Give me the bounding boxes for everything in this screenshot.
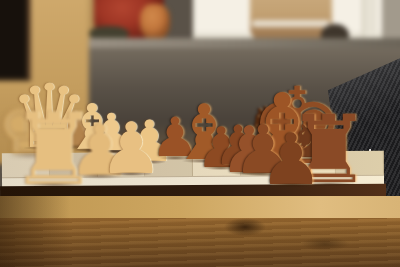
pieces-layer: ♚♛♜♞♝♟♟♟♟♟♝♟♟♟♟♞♝♚♟♞♜ bbox=[0, 0, 400, 267]
photo-scene: ♚♛♜♞♝♟♟♟♟♟♝♟♟♟♟♞♝♚♟♞♜ bbox=[0, 0, 400, 267]
piece-light-rook: ♜ bbox=[10, 114, 99, 185]
piece-light-pawn: ♟ bbox=[99, 123, 163, 174]
piece-dark-pawn: ♟ bbox=[259, 134, 323, 185]
